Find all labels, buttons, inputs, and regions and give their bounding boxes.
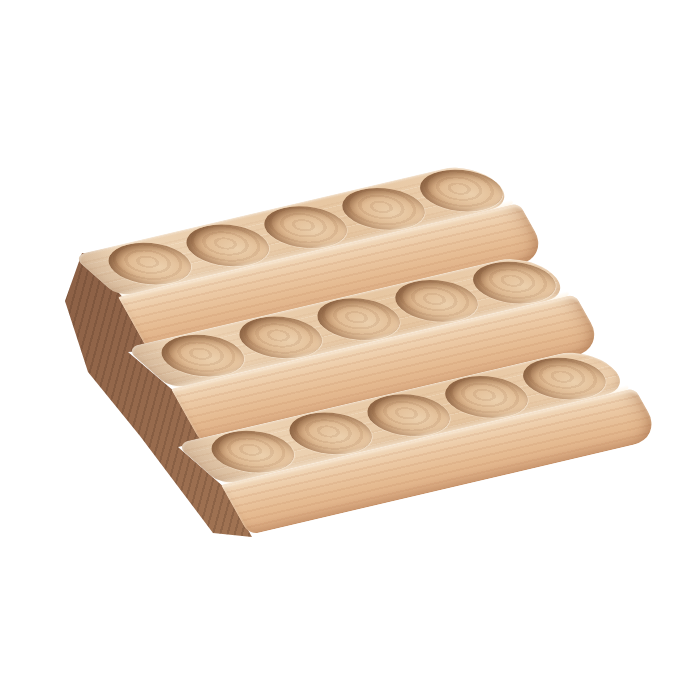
tiered-pit-board (0, 0, 700, 700)
photo-canvas (0, 0, 700, 700)
